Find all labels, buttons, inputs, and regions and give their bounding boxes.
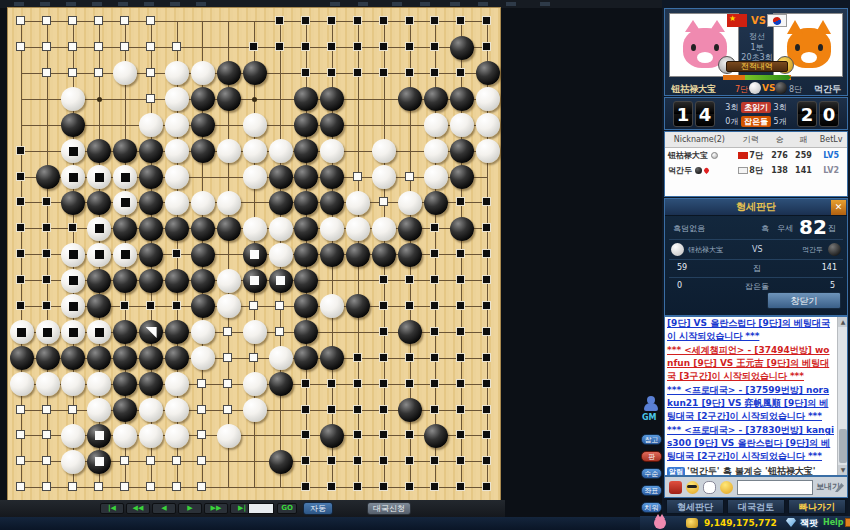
nav-fwd10-button[interactable]: ▶▶	[204, 503, 228, 514]
last-move-stone	[139, 320, 163, 344]
black-stone	[398, 398, 422, 422]
table-header: 기력	[734, 132, 768, 148]
white-stone	[217, 191, 241, 215]
black-territory-marker	[327, 16, 336, 25]
black-territory-marker	[16, 223, 25, 232]
judgment-title: 형세판단	[665, 199, 847, 216]
scroll-up-icon[interactable]: ▲	[838, 317, 848, 327]
black-territory-marker	[353, 353, 362, 362]
black-stone	[320, 346, 344, 370]
black-territory-marker	[353, 68, 362, 77]
black-territory-marker	[16, 172, 25, 181]
white-territory-marker	[68, 16, 77, 25]
review-button[interactable]: 대국검토	[727, 499, 785, 514]
black-stone	[294, 139, 318, 163]
white-stone	[243, 372, 267, 396]
black-square-mark	[95, 173, 104, 182]
black-territory-marker	[379, 68, 388, 77]
black-territory-marker	[327, 68, 336, 77]
black-stone	[191, 294, 215, 318]
white-stone	[191, 346, 215, 370]
white-stone-icon	[671, 243, 684, 256]
white-stone	[320, 139, 344, 163]
table-header: Nickname(2)	[665, 132, 734, 148]
black-territory-marker	[379, 327, 388, 336]
titlebar-item	[196, 2, 206, 6]
black-stone	[61, 346, 85, 370]
chat-message: *** <프로대국> - [37599번방] norakun21 [9단] VS…	[667, 384, 835, 423]
app-window: { "game": "go", "board": { "size": 19, "…	[0, 0, 850, 530]
close-icon[interactable]: ✕	[831, 200, 846, 215]
black-territory-marker	[405, 68, 414, 77]
white-territory-marker	[16, 42, 25, 51]
black-territory-marker	[379, 16, 388, 25]
black-territory-marker	[456, 301, 465, 310]
nav-back10-button[interactable]: ◀◀	[126, 503, 150, 514]
white-stone	[269, 217, 293, 241]
white-territory-marker	[120, 42, 129, 51]
game-request-button[interactable]: 대국신청	[367, 502, 411, 515]
smiley-emote-icon[interactable]	[720, 481, 733, 494]
white-territory-marker	[275, 301, 284, 310]
judgment-panel: 형세판단 ✕ 흑덤없음 흑 우세 82 집 钮祜禄大宝 VS 먹간두 59 집 …	[664, 198, 848, 316]
go-button[interactable]: GO	[277, 503, 297, 514]
black-stone	[294, 87, 318, 111]
black-territory-marker	[482, 379, 491, 388]
white-territory-marker	[223, 327, 232, 336]
white-stone	[424, 113, 448, 137]
black-stone	[320, 191, 344, 215]
white-captures-count: 0	[677, 281, 682, 290]
black-territory-marker	[430, 327, 439, 336]
chat-area[interactable]: [9단] VS 올란스럽다 [9단]의 베팅대국이 시작되었습니다 ******…	[664, 316, 848, 476]
black-stone	[139, 217, 163, 241]
black-territory-marker	[456, 275, 465, 284]
black-territory-marker	[456, 68, 465, 77]
black-territory-marker	[482, 430, 491, 439]
black-timer-digit: 2	[797, 101, 817, 127]
white-territory-marker	[16, 456, 25, 465]
white-territory-marker	[223, 405, 232, 414]
black-stone	[87, 139, 111, 163]
black-territory-marker	[172, 249, 181, 258]
move-number-input[interactable]	[248, 503, 274, 514]
white-territory-marker	[172, 42, 181, 51]
black-territory-marker	[16, 275, 25, 284]
side-pill-3[interactable]: 수순	[641, 468, 662, 479]
white-territory-marker	[197, 379, 206, 388]
black-territory-marker	[405, 275, 414, 284]
chat-input[interactable]	[737, 480, 813, 495]
black-stone	[87, 269, 111, 293]
black-stone	[450, 217, 474, 241]
white-territory-marker	[146, 482, 155, 491]
dead-black-stone	[243, 243, 267, 267]
black-territory-marker	[16, 146, 25, 155]
black-territory-marker	[430, 42, 439, 51]
black-square-mark	[43, 328, 52, 337]
black-territory-marker	[42, 197, 51, 206]
black-territory-marker	[68, 223, 77, 232]
white-stone	[476, 139, 500, 163]
table-header: 승	[768, 132, 792, 148]
black-stone	[372, 243, 396, 267]
white-territory-marker	[249, 353, 258, 362]
black-territory-marker	[482, 327, 491, 336]
diamond-icon	[786, 518, 796, 527]
black-stone	[87, 294, 111, 318]
white-stone	[191, 61, 215, 85]
black-territory-marker	[456, 482, 465, 491]
white-stone	[320, 294, 344, 318]
white-territory-marker	[405, 172, 414, 181]
byoyomi-badge: 초읽기	[741, 102, 771, 113]
dead-white-stone	[87, 217, 111, 241]
white-stone	[243, 398, 267, 422]
history-button[interactable]: 전적내역	[726, 61, 788, 72]
white-territory-marker	[197, 430, 206, 439]
black-stone	[165, 320, 189, 344]
white-territory-marker	[146, 456, 155, 465]
sunglasses-emote-icon[interactable]	[686, 481, 699, 494]
white-territory-marker	[94, 16, 103, 25]
chat-toolbar: 보내기	[664, 476, 848, 498]
money-bar: 9,149,175,772 잭팟 Help	[640, 516, 850, 530]
judgment-button[interactable]: 형세판단	[666, 499, 724, 514]
star-point	[252, 97, 257, 102]
black-territory-marker	[353, 430, 362, 439]
titlebar-item	[478, 2, 488, 6]
nav-fwd-button[interactable]: ▶	[178, 503, 202, 514]
dead-white-stone	[61, 269, 85, 293]
coins-icon	[686, 518, 698, 528]
black-territory-marker	[275, 42, 284, 51]
white-stone	[61, 372, 85, 396]
black-stone	[139, 139, 163, 163]
black-stone	[217, 61, 241, 85]
black-territory-marker	[482, 223, 491, 232]
komi-note: 흑덤없음	[673, 223, 705, 234]
side-pill-1[interactable]: 참고	[641, 434, 662, 445]
timer-box: 1 4 3회 초읽기 3회 0개 잡은돌 5개 2 0	[664, 97, 848, 130]
white-territory-marker	[197, 482, 206, 491]
black-territory-marker	[482, 301, 491, 310]
black-square-mark	[95, 328, 104, 337]
black-territory-marker	[353, 456, 362, 465]
black-stone	[424, 87, 448, 111]
white-territory-marker	[172, 482, 181, 491]
black-stone	[191, 243, 215, 267]
white-stone	[10, 372, 34, 396]
black-stone	[450, 139, 474, 163]
white-captures: 0개	[725, 117, 738, 126]
white-stone	[165, 113, 189, 137]
side-icon-strip: GM 참고판수순좌표치워	[641, 396, 662, 520]
white-territory-marker	[120, 482, 129, 491]
black-territory-marker	[430, 68, 439, 77]
mini-avatar-icon	[654, 517, 666, 529]
white-stone	[165, 139, 189, 163]
white-stone	[165, 87, 189, 111]
white-stone-icon	[749, 82, 761, 94]
dead-white-stone	[61, 243, 85, 267]
help-button[interactable]: Help	[823, 518, 844, 527]
black-territory-marker	[301, 430, 310, 439]
chat-message: *** <프로대국> - [37830번방] kangis300 [9단] VS…	[667, 424, 835, 463]
black-territory: 141	[822, 263, 837, 272]
black-territory-marker	[430, 379, 439, 388]
white-stone	[36, 372, 60, 396]
titlebar-item	[420, 2, 430, 6]
white-stone-icon	[711, 152, 718, 159]
black-stone	[113, 320, 137, 344]
black-stone	[294, 294, 318, 318]
kr-flag-icon	[738, 167, 748, 174]
white-stone	[269, 139, 293, 163]
mail-icon[interactable]	[845, 518, 850, 527]
white-territory-marker	[197, 456, 206, 465]
black-stone	[269, 372, 293, 396]
white-stone	[139, 398, 163, 422]
black-stone	[450, 87, 474, 111]
territory-label: 집	[753, 263, 761, 274]
white-territory-marker	[197, 405, 206, 414]
black-square-mark	[69, 302, 78, 311]
black-territory-marker	[42, 275, 51, 284]
white-territory-marker	[68, 405, 77, 414]
black-territory-marker	[379, 301, 388, 310]
red-emote-icon[interactable]	[669, 481, 682, 494]
titlebar-item	[144, 2, 154, 6]
judge-black-name: 먹간두	[802, 245, 823, 255]
black-stone	[269, 165, 293, 189]
black-territory-marker	[379, 379, 388, 388]
black-stone	[398, 320, 422, 344]
black-stone	[113, 346, 137, 370]
titlebar-item	[392, 2, 402, 6]
titlebar-item	[358, 2, 368, 6]
cn-flag-icon	[738, 152, 748, 159]
black-territory-marker	[172, 301, 181, 310]
black-territory-marker	[482, 405, 491, 414]
auto-button[interactable]: 자동	[303, 502, 333, 515]
white-stone	[372, 217, 396, 241]
black-territory-marker	[379, 405, 388, 414]
black-stone	[165, 346, 189, 370]
black-territory-marker	[405, 353, 414, 362]
right-panel: ★ VS 정선 1분 20초3회 전적내역 钮祜禄大宝 7단 VS 8단 먹간두…	[662, 0, 850, 530]
black-territory-marker	[456, 197, 465, 206]
dead-black-stone	[269, 269, 293, 293]
black-stone	[113, 139, 137, 163]
black-territory-marker	[430, 301, 439, 310]
white-stone	[346, 217, 370, 241]
black-stone	[269, 450, 293, 474]
black-territory-marker	[482, 16, 491, 25]
white-territory-marker	[42, 430, 51, 439]
black-territory-marker	[353, 379, 362, 388]
black-territory-marker	[405, 430, 414, 439]
black-stone	[320, 424, 344, 448]
black-stone-icon	[775, 82, 787, 94]
bottom-strip	[0, 517, 662, 530]
black-stone	[61, 191, 85, 215]
black-stone	[294, 165, 318, 189]
black-territory-marker	[275, 16, 284, 25]
black-territory-marker	[16, 197, 25, 206]
black-territory-marker	[379, 353, 388, 362]
black-stone	[217, 217, 241, 241]
black-territory-marker	[456, 379, 465, 388]
name-row: 钮祜禄大宝 7단 VS 8단 먹간두	[665, 79, 849, 97]
black-territory-marker	[379, 482, 388, 491]
black-stone	[191, 139, 215, 163]
black-territory-marker	[301, 68, 310, 77]
black-territory-marker	[456, 249, 465, 258]
white-territory-marker	[42, 482, 51, 491]
bottom-buttons: 형세판단 대국검토 빠나가기	[664, 498, 848, 516]
speech-bubble-icon[interactable]	[703, 481, 716, 494]
white-stone	[398, 191, 422, 215]
scrollbar-thumb[interactable]	[839, 429, 847, 463]
black-territory-marker	[42, 249, 51, 258]
black-square-mark	[121, 173, 130, 182]
chat-scrollbar[interactable]: ▲ ▼	[837, 317, 847, 475]
black-square-mark	[95, 250, 104, 259]
black-stone	[450, 165, 474, 189]
table-row[interactable]: 钮祜禄大宝 7단276259LV5	[665, 148, 847, 164]
lead-label: 우세	[777, 223, 793, 234]
black-territory-marker	[482, 249, 491, 258]
black-captures: 5개	[774, 117, 787, 126]
white-player-name: 钮祜禄大宝	[671, 83, 716, 96]
white-stone	[372, 139, 396, 163]
black-stone	[139, 191, 163, 215]
black-territory-marker	[482, 197, 491, 206]
black-territory-marker	[379, 456, 388, 465]
black-stone	[113, 372, 137, 396]
black-territory-marker	[456, 16, 465, 25]
exit-button[interactable]: 빠나가기	[788, 499, 846, 514]
black-territory-marker	[379, 275, 388, 284]
dead-white-stone	[61, 165, 85, 189]
black-stone	[294, 243, 318, 267]
nav-first-button[interactable]: |◀	[100, 503, 124, 514]
black-territory-marker	[120, 301, 129, 310]
white-stone	[165, 372, 189, 396]
black-captures-count: 5	[830, 281, 835, 290]
black-territory-marker	[301, 482, 310, 491]
side-pill-2[interactable]: 판	[641, 451, 662, 462]
titlebar-item	[506, 2, 516, 6]
black-stone	[450, 36, 474, 60]
black-stone	[113, 217, 137, 241]
black-stone	[346, 294, 370, 318]
white-territory-marker	[94, 482, 103, 491]
lead-value: 82	[799, 215, 827, 239]
white-territory-marker	[42, 456, 51, 465]
white-territory-marker	[16, 405, 25, 414]
black-stone	[191, 269, 215, 293]
side-pill-5[interactable]: 치워	[641, 502, 662, 513]
white-stone	[269, 346, 293, 370]
black-territory-marker	[430, 275, 439, 284]
dead-black-stone	[243, 269, 267, 293]
black-territory-marker	[482, 456, 491, 465]
black-territory-marker	[301, 379, 310, 388]
black-square-mark	[17, 328, 26, 337]
jackpot-button[interactable]: 잭팟	[800, 517, 818, 530]
dead-white-stone	[113, 243, 137, 267]
white-square-mark	[250, 250, 259, 259]
white-stone	[61, 450, 85, 474]
white-stone	[243, 165, 267, 189]
white-stone	[165, 191, 189, 215]
scroll-down-icon[interactable]: ▼	[838, 465, 848, 475]
black-stone	[10, 346, 34, 370]
black-stone	[191, 113, 215, 137]
nav-back-button[interactable]: ◀	[152, 503, 176, 514]
black-territory-marker	[430, 249, 439, 258]
white-territory-marker	[16, 430, 25, 439]
black-stone	[191, 87, 215, 111]
black-stone	[165, 269, 189, 293]
dead-white-stone	[61, 139, 85, 163]
gm-person-icon[interactable]	[643, 396, 659, 412]
chat-message: *** <세계챔피언> - [37494번방] wonfun [9단] VS 王…	[667, 344, 835, 383]
black-timer-digit: 0	[819, 101, 839, 127]
close-window-button[interactable]: 창닫기	[767, 292, 841, 309]
white-square-mark	[95, 457, 104, 466]
black-stone	[320, 165, 344, 189]
white-stone	[372, 165, 396, 189]
chat-message: 알림'먹간두' 흑 불계승 '钮祜禄大宝'	[667, 465, 835, 476]
black-territory-marker	[430, 223, 439, 232]
grid-line	[22, 487, 488, 488]
black-territory-marker	[456, 405, 465, 414]
white-territory-marker	[353, 172, 362, 181]
black-territory-marker	[327, 42, 336, 51]
notice-tag: 알림	[667, 467, 685, 476]
black-stone	[269, 191, 293, 215]
black-stone	[294, 269, 318, 293]
white-territory-marker	[68, 68, 77, 77]
black-stone	[61, 113, 85, 137]
white-stone	[139, 424, 163, 448]
black-stone	[320, 243, 344, 267]
dead-black-stone	[87, 450, 111, 474]
black-territory-marker	[353, 405, 362, 414]
white-stone	[424, 139, 448, 163]
go-board[interactable]	[8, 8, 500, 500]
table-row[interactable]: 먹간두 8단138141LV2	[665, 163, 847, 178]
black-territory-marker	[327, 456, 336, 465]
white-stone	[113, 424, 137, 448]
money-amount: 9,149,175,772	[704, 518, 777, 528]
black-byoyomi-count: 3회	[774, 103, 787, 112]
white-territory-marker	[146, 68, 155, 77]
black-stone	[191, 217, 215, 241]
lead-unit: 집	[828, 223, 836, 234]
black-territory-marker	[405, 379, 414, 388]
white-stone	[243, 320, 267, 344]
titlebar-item	[14, 2, 24, 6]
side-pill-4[interactable]: 좌표	[641, 485, 662, 496]
black-territory-marker	[405, 482, 414, 491]
black-territory-marker	[482, 42, 491, 51]
black-territory-marker	[327, 482, 336, 491]
white-territory-marker	[42, 68, 51, 77]
